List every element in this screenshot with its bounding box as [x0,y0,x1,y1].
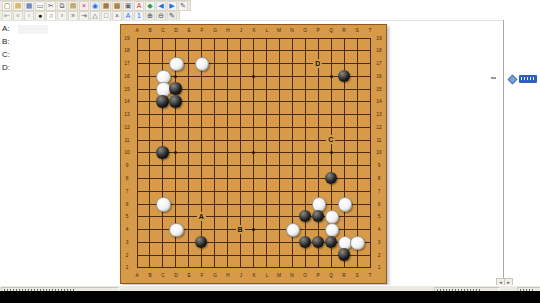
grid-line-vertical [357,38,358,269]
coord-label-left: 2 [123,252,131,257]
new-file-icon[interactable]: ▢ [2,1,12,11]
coord-label-left: 7 [123,188,131,193]
paste-icon[interactable]: ▤ [68,1,78,11]
annotation-row-d: D: [2,63,114,76]
annotation-row-c: C: [2,50,114,63]
white-stone-icon[interactable]: ○ [46,11,56,21]
coord-label-right: 18 [375,48,383,53]
coord-label-bottom: J [237,273,245,278]
stone-white-D17[interactable] [169,57,183,71]
coord-label-bottom: P [314,273,322,278]
coord-label-bottom: O [301,273,309,278]
stone-black-Q8[interactable] [325,172,337,184]
edit-pencil-icon[interactable]: ✎ [178,1,188,11]
coord-label-top: E [185,28,193,33]
coord-label-right: 19 [375,35,383,40]
label-a-icon[interactable]: A [134,1,144,11]
save-icon[interactable]: ▦ [24,1,34,11]
coord-label-top: A [133,28,141,33]
stone-white-S3[interactable] [350,236,364,250]
stone-white-F17[interactable] [195,57,209,71]
stone-black-P3[interactable] [312,236,324,248]
grid-line-horizontal [137,191,371,192]
zoom-in-icon[interactable]: ⊕ [145,11,155,21]
coord-label-bottom: S [353,273,361,278]
coord-label-top: H [224,28,232,33]
go-first-move-icon[interactable]: ⇤ [2,11,12,21]
coord-label-bottom: C [159,273,167,278]
stone-white-C6[interactable] [156,197,170,211]
coord-label-bottom: R [340,273,348,278]
cut-icon[interactable]: ✂ [46,1,56,11]
number-label-icon[interactable]: 1 [134,11,144,21]
annotation-label-a: A: [2,24,10,33]
forward-1-move-icon[interactable]: › [57,11,67,21]
coord-label-top: K [250,28,258,33]
coord-label-right: 2 [375,252,383,257]
square-mark-icon[interactable]: □ [101,11,111,21]
grid-line-horizontal [137,165,371,166]
grid-line-vertical [279,38,280,269]
annotation-label-b: B: [2,37,10,46]
board-label-A-F5[interactable]: A [197,212,206,221]
grid-line-horizontal [137,267,371,268]
board-label-C-Q11[interactable]: C [326,135,335,144]
delete-icon[interactable]: × [79,1,89,11]
coord-label-top: N [288,28,296,33]
coord-label-top: O [301,28,309,33]
coord-label-left: 15 [123,86,131,91]
game-tree-panel [504,20,540,285]
stone-black-C10[interactable] [156,146,168,158]
coord-label-bottom: G [211,273,219,278]
letter-label-icon[interactable]: A [123,11,133,21]
nav-forward-icon[interactable]: ▶ [167,1,177,11]
board-setup-icon[interactable]: ▦ [101,1,111,11]
coord-label-top: Q [327,28,335,33]
nav-back-icon[interactable]: ◀ [156,1,166,11]
grid-line-horizontal [137,255,371,256]
black-stone-icon[interactable]: ● [35,11,45,21]
coord-label-top: D [172,28,180,33]
coord-label-top: F [198,28,206,33]
forward-10-moves-icon[interactable]: » [68,11,78,21]
zoom-out-icon[interactable]: ⊖ [156,11,166,21]
coord-label-top: G [211,28,219,33]
coord-label-bottom: D [172,273,180,278]
board-label-D-P17[interactable]: D [313,59,322,68]
grid-line-vertical [305,38,306,269]
coord-label-bottom: F [198,273,206,278]
stone-black-C14[interactable] [156,95,168,107]
coord-label-right: 6 [375,201,383,206]
coord-label-right: 5 [375,214,383,219]
copy-icon[interactable]: ⧉ [57,1,67,11]
edit-tool-icon[interactable]: ✎ [167,11,177,21]
coord-label-bottom: A [133,273,141,278]
tree-collapse-dash[interactable] [491,77,496,79]
grid-line-vertical [318,38,319,269]
coord-label-top: M [275,28,283,33]
stone-black-D14[interactable] [169,95,181,107]
coord-label-bottom: T [366,273,374,278]
coord-label-left: 11 [123,137,131,142]
coord-label-right: 10 [375,150,383,155]
coord-label-left: 4 [123,227,131,232]
star-point-K16 [252,75,255,78]
coord-label-right: 13 [375,112,383,117]
coord-label-right: 9 [375,163,383,168]
coord-label-top: R [340,28,348,33]
coord-label-bottom: B [146,273,154,278]
coord-label-right: 8 [375,176,383,181]
coord-label-bottom: Q [327,273,335,278]
annotation-label-d: D: [2,63,10,72]
star-point-D16 [174,75,177,78]
show-coords-icon[interactable]: ▩ [112,1,122,11]
stone-black-R2[interactable] [338,248,350,260]
mark-color-icon[interactable]: ◆ [145,1,155,11]
cross-mark-icon[interactable]: × [112,11,122,21]
coord-label-top: T [366,28,374,33]
coord-label-top: L [263,28,271,33]
coord-label-right: 11 [375,137,383,142]
stone-white-D4[interactable] [169,223,183,237]
coord-label-top: B [146,28,154,33]
annotation-panel: A: B: C: D: [2,24,114,76]
grid-line-vertical [266,38,267,269]
back-1-move-icon[interactable]: ‹ [24,11,34,21]
go-last-move-icon[interactable]: ⇥ [79,11,89,21]
coord-label-left: 5 [123,214,131,219]
triangle-mark-icon[interactable]: △ [90,11,100,21]
star-point-K10 [252,151,255,154]
coord-label-left: 14 [123,99,131,104]
coord-label-right: 1 [375,265,383,270]
back-10-moves-icon[interactable]: « [13,11,23,21]
annotation-field-a[interactable] [18,25,48,34]
game-tree-selected-node[interactable] [519,75,537,83]
coord-label-right: 3 [375,239,383,244]
stone-black-D15[interactable] [169,82,181,94]
stone-black-P5[interactable] [312,210,324,222]
stone-white-N4[interactable] [286,223,300,237]
star-point-K4 [252,228,255,231]
coord-label-bottom: N [288,273,296,278]
coord-label-bottom: H [224,273,232,278]
coord-label-top: J [237,28,245,33]
stone-black-Q3[interactable] [325,236,337,248]
coord-label-left: 1 [123,265,131,270]
coord-label-right: 16 [375,73,383,78]
coord-label-left: 9 [123,163,131,168]
coord-label-left: 17 [123,61,131,66]
coord-label-top: S [353,28,361,33]
stone-black-R16[interactable] [338,70,350,82]
star-point-Q16 [330,75,333,78]
go-board[interactable]: AABBCCDDEEFFGGHHJJKKLLMMNNOOPPQQRRSSTT19… [120,24,387,284]
coord-label-left: 10 [123,150,131,155]
coord-label-top: C [159,28,167,33]
app-window: ▢▤▦▭✂⧉▤×◉▦▩▣A◆◀▶✎ ⇤«‹●○›»⇥△□×A1⊕⊖✎ A: B:… [0,0,540,303]
coord-label-left: 16 [123,73,131,78]
grid-line-horizontal [137,204,371,205]
stone-black-F3[interactable] [195,236,207,248]
coord-label-right: 17 [375,61,383,66]
open-folder-icon[interactable]: ▤ [13,1,23,11]
coord-label-left: 6 [123,201,131,206]
annotation-row-b: B: [2,37,114,50]
coord-label-left: 19 [123,35,131,40]
coord-label-right: 7 [375,188,383,193]
coord-label-bottom: L [263,273,271,278]
grid-line-vertical [370,38,371,269]
stone-black-O5[interactable] [299,210,311,222]
coord-label-right: 12 [375,124,383,129]
coord-label-right: 14 [375,99,383,104]
print-icon[interactable]: ▭ [35,1,45,11]
board-label-B-J4[interactable]: B [236,225,245,234]
coord-label-right: 15 [375,86,383,91]
coord-label-left: 3 [123,239,131,244]
letterbox-strip [0,291,540,303]
coord-label-bottom: E [185,273,193,278]
stone-black-O3[interactable] [299,236,311,248]
coord-label-bottom: M [275,273,283,278]
coord-label-left: 13 [123,112,131,117]
coord-label-bottom: K [250,273,258,278]
coord-label-top: P [314,28,322,33]
toolbar-divider [0,20,503,21]
coord-label-left: 18 [123,48,131,53]
coord-label-left: 8 [123,176,131,181]
stone-white-R6[interactable] [338,197,352,211]
game-info-icon[interactable]: ◉ [90,1,100,11]
coord-label-left: 12 [123,124,131,129]
game-tree-icon[interactable]: ▣ [123,1,133,11]
annotation-row-a: A: [2,24,114,37]
coord-label-right: 4 [375,227,383,232]
annotation-label-c: C: [2,50,10,59]
